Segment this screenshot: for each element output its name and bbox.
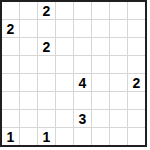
empty-cell-r5c4[interactable]: [56, 74, 73, 91]
empty-cell-r3c1[interactable]: [2, 38, 19, 55]
empty-cell-r6c1[interactable]: [2, 92, 19, 109]
empty-cell-r1c7[interactable]: [110, 2, 127, 19]
empty-cell-r2c6[interactable]: [92, 20, 109, 37]
empty-cell-r6c6[interactable]: [92, 92, 109, 109]
empty-cell-r4c6[interactable]: [92, 56, 109, 73]
empty-cell-r7c3[interactable]: [38, 110, 55, 127]
empty-cell-r7c8[interactable]: [128, 110, 145, 127]
empty-cell-r2c7[interactable]: [110, 20, 127, 37]
empty-cell-r6c2[interactable]: [20, 92, 37, 109]
empty-cell-r3c6[interactable]: [92, 38, 109, 55]
empty-cell-r4c5[interactable]: [74, 56, 91, 73]
empty-cell-r1c5[interactable]: [74, 2, 91, 19]
empty-cell-r8c7[interactable]: [110, 128, 127, 145]
empty-cell-r4c1[interactable]: [2, 56, 19, 73]
empty-cell-r2c4[interactable]: [56, 20, 73, 37]
empty-cell-r4c3[interactable]: [38, 56, 55, 73]
empty-cell-r6c7[interactable]: [110, 92, 127, 109]
empty-cell-r6c4[interactable]: [56, 92, 73, 109]
empty-cell-r4c4[interactable]: [56, 56, 73, 73]
clue-cell-r1c3: 2: [38, 2, 55, 19]
empty-cell-r5c6[interactable]: [92, 74, 109, 91]
empty-cell-r6c5[interactable]: [74, 92, 91, 109]
empty-cell-r5c2[interactable]: [20, 74, 37, 91]
clue-cell-r5c8: 2: [128, 74, 145, 91]
empty-cell-r3c5[interactable]: [74, 38, 91, 55]
empty-cell-r7c4[interactable]: [56, 110, 73, 127]
empty-cell-r1c4[interactable]: [56, 2, 73, 19]
empty-cell-r3c4[interactable]: [56, 38, 73, 55]
empty-cell-r3c8[interactable]: [128, 38, 145, 55]
minesweeper-board: 22242311: [0, 0, 147, 147]
empty-cell-r1c8[interactable]: [128, 2, 145, 19]
empty-cell-r7c1[interactable]: [2, 110, 19, 127]
empty-cell-r4c7[interactable]: [110, 56, 127, 73]
empty-cell-r8c5[interactable]: [74, 128, 91, 145]
empty-cell-r3c2[interactable]: [20, 38, 37, 55]
empty-cell-r2c8[interactable]: [128, 20, 145, 37]
empty-cell-r6c3[interactable]: [38, 92, 55, 109]
empty-cell-r1c6[interactable]: [92, 2, 109, 19]
clue-cell-r8c1: 1: [2, 128, 19, 145]
empty-cell-r6c8[interactable]: [128, 92, 145, 109]
empty-cell-r2c5[interactable]: [74, 20, 91, 37]
empty-cell-r5c1[interactable]: [2, 74, 19, 91]
empty-cell-r2c2[interactable]: [20, 20, 37, 37]
empty-cell-r7c6[interactable]: [92, 110, 109, 127]
empty-cell-r1c1[interactable]: [2, 2, 19, 19]
empty-cell-r7c7[interactable]: [110, 110, 127, 127]
empty-cell-r3c7[interactable]: [110, 38, 127, 55]
empty-cell-r4c2[interactable]: [20, 56, 37, 73]
empty-cell-r1c2[interactable]: [20, 2, 37, 19]
empty-cell-r5c3[interactable]: [38, 74, 55, 91]
clue-cell-r5c5: 4: [74, 74, 91, 91]
empty-cell-r7c2[interactable]: [20, 110, 37, 127]
empty-cell-r8c6[interactable]: [92, 128, 109, 145]
empty-cell-r8c4[interactable]: [56, 128, 73, 145]
empty-cell-r2c3[interactable]: [38, 20, 55, 37]
clue-cell-r8c3: 1: [38, 128, 55, 145]
clue-cell-r7c5: 3: [74, 110, 91, 127]
empty-cell-r4c8[interactable]: [128, 56, 145, 73]
empty-cell-r8c8[interactable]: [128, 128, 145, 145]
empty-cell-r5c7[interactable]: [110, 74, 127, 91]
empty-cell-r8c2[interactable]: [20, 128, 37, 145]
clue-cell-r3c3: 2: [38, 38, 55, 55]
clue-cell-r2c1: 2: [2, 20, 19, 37]
